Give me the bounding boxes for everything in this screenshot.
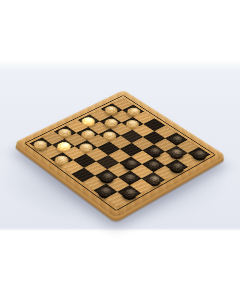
checkers-board-grid	[30, 98, 211, 207]
checkers-board-frame	[14, 90, 226, 218]
board-scene	[0, 0, 240, 300]
product-photo	[0, 0, 240, 300]
